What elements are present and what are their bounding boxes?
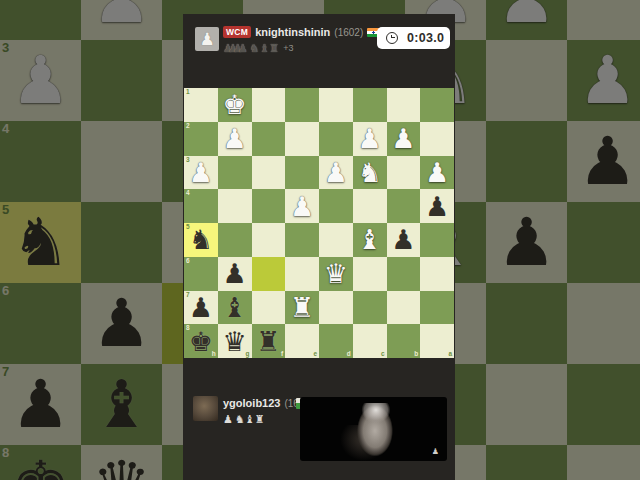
square-e5[interactable] (285, 223, 319, 257)
square-d7[interactable] (319, 291, 353, 325)
bottom-player-bar: ygoloib123 (1630) ♟♞♝♜ ♟ (183, 358, 455, 480)
square-d6[interactable]: ♛ (319, 257, 353, 291)
square-e3[interactable] (285, 156, 319, 190)
square-g6[interactable]: ♟ (218, 257, 252, 291)
square-e6[interactable] (285, 257, 319, 291)
square-a8[interactable]: a (420, 324, 454, 358)
square-f4[interactable] (252, 189, 286, 223)
square-a6[interactable] (420, 257, 454, 291)
square-a2[interactable] (420, 122, 454, 156)
stream-overlay-column: ♟ WCM knightinshinin (1602) ♟♟♟♟♞♝♜+3 0:… (183, 14, 455, 480)
square-h1[interactable]: 1 (184, 88, 218, 122)
black-pawn[interactable]: ♟ (223, 260, 247, 287)
white-pawn[interactable]: ♟ (189, 159, 213, 186)
avatar[interactable]: ♟ (195, 27, 219, 51)
white-pawn[interactable]: ♟ (324, 159, 348, 186)
file-label-f: f (281, 351, 283, 358)
square-f8[interactable]: f♜ (252, 324, 286, 358)
square-h2[interactable]: 2 (184, 122, 218, 156)
chess-board[interactable]: 1♚2♟♟♟3♟♟♞♟4♟♟5♞♝♟6♟♛7♟♝♜8h♚g♛f♜edcba (184, 88, 454, 358)
file-label-g: g (246, 351, 250, 358)
square-b1[interactable] (387, 88, 421, 122)
top-player-rating: (1602) (334, 27, 363, 38)
white-pawn[interactable]: ♟ (358, 125, 382, 152)
white-rook[interactable]: ♜ (290, 294, 314, 321)
top-player-info: WCM knightinshinin (1602) ♟♟♟♟♞♝♜+3 (223, 25, 395, 54)
square-g8[interactable]: g♛ (218, 324, 252, 358)
top-player-bar: ♟ WCM knightinshinin (1602) ♟♟♟♟♞♝♜+3 0:… (183, 14, 455, 88)
white-king[interactable]: ♚ (223, 91, 247, 118)
white-pawn[interactable]: ♟ (391, 125, 415, 152)
black-queen[interactable]: ♛ (223, 328, 247, 355)
square-c4[interactable] (353, 189, 387, 223)
square-h6[interactable]: 6 (184, 257, 218, 291)
square-h4[interactable]: 4 (184, 189, 218, 223)
square-b2[interactable]: ♟ (387, 122, 421, 156)
file-label-c: c (381, 351, 385, 358)
square-g4[interactable] (218, 189, 252, 223)
black-bishop[interactable]: ♝ (223, 294, 247, 321)
square-d4[interactable] (319, 189, 353, 223)
top-player-name-row: WCM knightinshinin (1602) (223, 25, 395, 39)
rank-label-2: 2 (186, 123, 190, 130)
square-c3[interactable]: ♞ (353, 156, 387, 190)
square-f7[interactable] (252, 291, 286, 325)
square-f1[interactable] (252, 88, 286, 122)
square-d5[interactable] (319, 223, 353, 257)
square-h8[interactable]: 8h♚ (184, 324, 218, 358)
square-h5[interactable]: 5♞ (184, 223, 218, 257)
captured-black-piece-icon: ♞ (250, 43, 260, 54)
square-g5[interactable] (218, 223, 252, 257)
square-e2[interactable] (285, 122, 319, 156)
square-d3[interactable]: ♟ (319, 156, 353, 190)
black-pawn[interactable]: ♟ (391, 226, 415, 253)
material-advantage: +3 (283, 43, 293, 53)
square-e1[interactable] (285, 88, 319, 122)
rank-label-8: 8 (186, 325, 190, 332)
square-h3[interactable]: 3♟ (184, 156, 218, 190)
file-label-d: d (347, 351, 351, 358)
captured-white-piece-icon: ♜ (255, 414, 265, 425)
square-b8[interactable]: b (387, 324, 421, 358)
square-d8[interactable]: d (319, 324, 353, 358)
rank-label-3: 3 (186, 157, 190, 164)
square-b6[interactable] (387, 257, 421, 291)
captured-black-piece-icon: ♜ (269, 43, 279, 54)
square-c5[interactable]: ♝ (353, 223, 387, 257)
square-b3[interactable] (387, 156, 421, 190)
square-h7[interactable]: 7♟ (184, 291, 218, 325)
square-c8[interactable]: c (353, 324, 387, 358)
black-pawn[interactable]: ♟ (425, 193, 449, 220)
square-c1[interactable] (353, 88, 387, 122)
square-c7[interactable] (353, 291, 387, 325)
square-a4[interactable]: ♟ (420, 189, 454, 223)
white-bishop[interactable]: ♝ (358, 226, 382, 253)
rank-label-7: 7 (186, 292, 190, 299)
black-rook[interactable]: ♜ (256, 328, 280, 355)
captured-white-piece-icon: ♞ (235, 414, 245, 425)
file-label-h: h (212, 351, 216, 358)
black-king[interactable]: ♚ (189, 328, 213, 355)
rank-label-1: 1 (186, 89, 190, 96)
square-e7[interactable]: ♜ (285, 291, 319, 325)
square-e4[interactable]: ♟ (285, 189, 319, 223)
square-c2[interactable]: ♟ (353, 122, 387, 156)
top-captured-pieces: ♟♟♟♟♞♝♜+3 (223, 42, 395, 54)
white-clock: 0:03.0 (377, 27, 450, 49)
square-b4[interactable] (387, 189, 421, 223)
square-d2[interactable] (319, 122, 353, 156)
captured-black-piece-icon: ♟ (238, 43, 248, 54)
clock-time: 0:03.0 (407, 31, 444, 45)
square-g3[interactable] (218, 156, 252, 190)
square-f2[interactable] (252, 122, 286, 156)
top-player-name[interactable]: knightinshinin (255, 26, 330, 38)
captured-white-piece-icon: ♟ (223, 414, 233, 425)
avatar-piece-icon: ♟ (199, 29, 214, 49)
square-b7[interactable] (387, 291, 421, 325)
square-f5[interactable] (252, 223, 286, 257)
file-label-a: a (448, 351, 452, 358)
square-g7[interactable]: ♝ (218, 291, 252, 325)
captured-black-piece-icon: ♝ (259, 43, 269, 54)
wcm-title-badge: WCM (223, 26, 251, 38)
square-d1[interactable] (319, 88, 353, 122)
clock-icon (386, 32, 398, 44)
white-pawn[interactable]: ♟ (223, 125, 247, 152)
white-pawn[interactable]: ♟ (290, 193, 314, 220)
square-g2[interactable]: ♟ (218, 122, 252, 156)
square-a1[interactable] (420, 88, 454, 122)
avatar[interactable] (193, 396, 218, 421)
square-a5[interactable] (420, 223, 454, 257)
rank-label-4: 4 (186, 190, 190, 197)
webcam-pawn-icon: ♟ (432, 448, 439, 456)
white-queen[interactable]: ♛ (324, 260, 348, 287)
rank-label-5: 5 (186, 224, 190, 231)
square-a3[interactable]: ♟ (420, 156, 454, 190)
rank-label-6: 6 (186, 258, 190, 265)
square-f3[interactable] (252, 156, 286, 190)
black-knight[interactable]: ♞ (189, 226, 213, 253)
bottom-player-name[interactable]: ygoloib123 (223, 397, 280, 409)
file-label-b: b (414, 351, 418, 358)
file-label-e: e (313, 351, 317, 358)
screenshot-root: 1♚2♟♟♟3♟♟♞♟4♟♟5♞♝♟6♟♛7♟♝♜8h♚g♛f♜edcba ♟ … (0, 0, 640, 480)
square-b5[interactable]: ♟ (387, 223, 421, 257)
streamer-webcam: ♟ (300, 397, 447, 461)
black-pawn[interactable]: ♟ (189, 294, 213, 321)
square-f6[interactable] (252, 257, 286, 291)
white-knight[interactable]: ♞ (358, 159, 382, 186)
square-c6[interactable] (353, 257, 387, 291)
captured-white-piece-icon: ♝ (245, 414, 255, 425)
square-a7[interactable] (420, 291, 454, 325)
streamer-face (352, 403, 398, 461)
square-e8[interactable]: e (285, 324, 319, 358)
square-g1[interactable]: ♚ (218, 88, 252, 122)
white-pawn[interactable]: ♟ (425, 159, 449, 186)
